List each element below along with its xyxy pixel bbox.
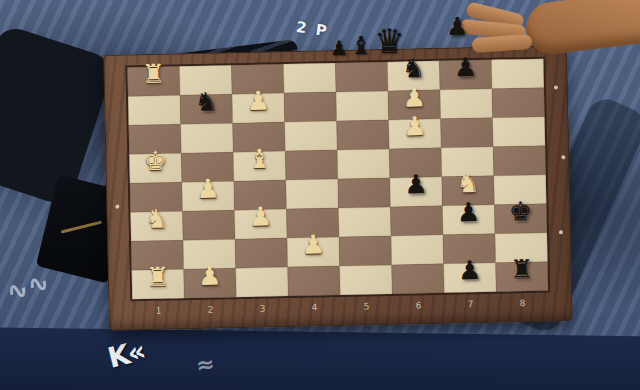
square-f7[interactable]: ♟: [442, 205, 495, 235]
hand-finger: [472, 34, 533, 53]
white-pawn[interactable]: ♟: [287, 230, 340, 260]
black-king[interactable]: ♚: [494, 197, 547, 227]
square-c2[interactable]: [181, 123, 234, 153]
white-pawn[interactable]: ♟: [182, 174, 235, 204]
square-e5[interactable]: [338, 178, 391, 208]
square-e4[interactable]: [286, 179, 339, 209]
frame-dot: [554, 85, 558, 89]
chess-board: ♜♞♟♞♟♟♟♚♝♟♟♞♞♟♟♚♟♜♟♟♜ 12345678: [103, 45, 573, 331]
square-g4[interactable]: ♟: [287, 237, 340, 267]
frame-dot: [115, 205, 119, 209]
square-a1[interactable]: ♜: [127, 66, 180, 96]
white-bishop[interactable]: ♝: [233, 144, 286, 174]
white-pawn[interactable]: ♟: [234, 202, 287, 232]
rank-label-5: 5: [340, 301, 392, 312]
captured-black-bishop: ♝: [350, 33, 372, 58]
player-hand: ♟: [448, 0, 640, 58]
captured-black-queen: ♛: [374, 24, 404, 58]
white-knight[interactable]: ♞: [130, 204, 183, 234]
square-f6[interactable]: [390, 206, 443, 236]
black-pawn[interactable]: ♟: [390, 170, 443, 200]
black-pawn[interactable]: ♟: [442, 198, 495, 228]
square-a7[interactable]: ♟: [439, 60, 492, 90]
square-b1[interactable]: [128, 95, 181, 125]
square-h8[interactable]: ♜: [496, 262, 549, 292]
white-pawn[interactable]: ♟: [388, 112, 441, 142]
square-c4[interactable]: [285, 121, 338, 151]
square-d3[interactable]: ♝: [233, 151, 286, 181]
square-f3[interactable]: ♟: [234, 209, 287, 239]
black-knight[interactable]: ♞: [180, 87, 233, 117]
carpet-squiggle-mark: ∿∿: [2, 266, 53, 308]
square-h5[interactable]: [340, 265, 393, 295]
square-c7[interactable]: [441, 118, 494, 148]
rank-label-7: 7: [444, 299, 496, 310]
square-d4[interactable]: [285, 150, 338, 180]
white-pawn[interactable]: ♟: [232, 86, 285, 116]
black-pawn[interactable]: ♟: [443, 256, 496, 286]
square-d5[interactable]: [337, 149, 390, 179]
square-b7[interactable]: [440, 89, 493, 119]
square-h7[interactable]: ♟: [444, 263, 497, 293]
rank-label-2: 2: [184, 304, 236, 315]
held-black-pawn: ♟: [446, 12, 468, 41]
rank-label-1: 1: [132, 305, 184, 316]
carpet-bottom-band: [0, 327, 640, 390]
rank-label-8: 8: [496, 298, 548, 309]
square-f5[interactable]: [338, 207, 391, 237]
captured-black-pawn: ♟: [330, 38, 348, 58]
hand-palm: [523, 0, 640, 57]
black-rook[interactable]: ♜: [495, 255, 548, 285]
square-c6[interactable]: ♟: [389, 119, 442, 149]
white-pawn[interactable]: ♟: [388, 83, 441, 113]
square-a4[interactable]: [283, 63, 336, 93]
carpet-pattern-text: 2 P: [295, 18, 330, 40]
square-g6[interactable]: [391, 235, 444, 265]
carpet-squiggle-mark-2: ≈: [194, 351, 216, 378]
square-e2[interactable]: ♟: [182, 181, 235, 211]
square-b3[interactable]: ♟: [232, 93, 285, 123]
white-rook[interactable]: ♜: [127, 59, 180, 89]
square-h4[interactable]: [288, 266, 341, 296]
rank-label-3: 3: [236, 303, 288, 314]
captured-black-pieces-tray: ♟♝♛: [330, 24, 405, 58]
square-b4[interactable]: [284, 92, 337, 122]
square-d1[interactable]: ♚: [129, 153, 182, 183]
square-d8[interactable]: [493, 146, 546, 176]
square-g3[interactable]: [235, 238, 288, 268]
square-f2[interactable]: [182, 210, 235, 240]
frame-dot: [561, 155, 565, 159]
square-h1[interactable]: ♜: [132, 269, 185, 299]
rank-label-6: 6: [392, 300, 444, 311]
white-rook[interactable]: ♜: [132, 262, 185, 292]
white-pawn[interactable]: ♟: [184, 261, 237, 291]
square-a5[interactable]: [335, 62, 388, 92]
square-g5[interactable]: [339, 236, 392, 266]
white-king[interactable]: ♚: [129, 146, 182, 176]
square-h3[interactable]: [236, 267, 289, 297]
square-c8[interactable]: [493, 117, 546, 147]
square-a8[interactable]: [491, 59, 544, 89]
square-h6[interactable]: [392, 264, 445, 294]
square-c5[interactable]: [337, 120, 390, 150]
square-f8[interactable]: ♚: [494, 204, 547, 234]
board-grid: ♜♞♟♞♟♟♟♚♝♟♟♞♞♟♟♚♟♜♟♟♜: [127, 59, 548, 300]
rank-label-4: 4: [288, 302, 340, 313]
square-e6[interactable]: ♟: [390, 177, 443, 207]
white-knight[interactable]: ♞: [442, 169, 495, 199]
square-f1[interactable]: ♞: [130, 211, 183, 241]
square-b2[interactable]: ♞: [180, 94, 233, 124]
frame-dot: [559, 230, 563, 234]
square-h2[interactable]: ♟: [184, 268, 237, 298]
rank-labels: 12345678: [132, 298, 548, 317]
square-b5[interactable]: [336, 91, 389, 121]
square-b8[interactable]: [492, 88, 545, 118]
